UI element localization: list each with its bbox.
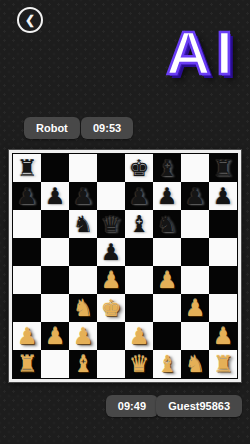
player-name: Guest95863	[168, 400, 230, 412]
piece-black-pawn[interactable]: ♟	[213, 182, 234, 210]
square-d1[interactable]	[97, 350, 125, 378]
piece-black-pawn[interactable]: ♟	[73, 182, 94, 210]
board-grid: ♜♚♝♜♟♟♟♟♟♟♟♞♛♝♞♟♟♟♞♚♟♟♟♟♟♟♜♝♛♝♞♜	[12, 153, 238, 379]
square-h6[interactable]	[209, 210, 237, 238]
square-g4[interactable]	[181, 266, 209, 294]
square-a7[interactable]: ♟	[13, 182, 41, 210]
player-name-badge: Guest95863	[156, 395, 242, 417]
square-b8[interactable]	[41, 154, 69, 182]
square-c8[interactable]	[69, 154, 97, 182]
square-h7[interactable]: ♟	[209, 182, 237, 210]
square-b4[interactable]	[41, 266, 69, 294]
piece-black-rook[interactable]: ♜	[213, 154, 234, 182]
square-d6[interactable]: ♛	[97, 210, 125, 238]
square-b7[interactable]: ♟	[41, 182, 69, 210]
piece-black-king[interactable]: ♚	[129, 154, 150, 182]
square-c4[interactable]	[69, 266, 97, 294]
opponent-clock: 09:53	[81, 117, 133, 139]
ai-logo: AI	[166, 18, 238, 88]
square-g3[interactable]: ♟	[181, 294, 209, 322]
square-h4[interactable]	[209, 266, 237, 294]
player-clock-time: 09:49	[118, 400, 146, 412]
square-a6[interactable]	[13, 210, 41, 238]
square-c3[interactable]: ♞	[69, 294, 97, 322]
piece-black-pawn[interactable]: ♟	[17, 182, 38, 210]
square-f7[interactable]: ♟	[153, 182, 181, 210]
square-d4[interactable]: ♟	[97, 266, 125, 294]
square-b1[interactable]	[41, 350, 69, 378]
opponent-name-badge: Robot	[24, 117, 80, 139]
piece-white-queen[interactable]: ♛	[129, 350, 150, 378]
piece-black-pawn[interactable]: ♟	[45, 182, 66, 210]
piece-black-rook[interactable]: ♜	[17, 154, 38, 182]
piece-black-pawn[interactable]: ♟	[185, 182, 206, 210]
square-h2[interactable]: ♟	[209, 322, 237, 350]
square-g1[interactable]: ♞	[181, 350, 209, 378]
square-e8[interactable]: ♚	[125, 154, 153, 182]
square-a4[interactable]	[13, 266, 41, 294]
square-a2[interactable]: ♟	[13, 322, 41, 350]
square-d2[interactable]	[97, 322, 125, 350]
square-h3[interactable]	[209, 294, 237, 322]
piece-white-rook[interactable]: ♜	[17, 350, 38, 378]
piece-black-queen[interactable]: ♛	[101, 210, 122, 238]
square-d8[interactable]	[97, 154, 125, 182]
opponent-clock-time: 09:53	[93, 122, 121, 134]
piece-white-king[interactable]: ♚	[101, 294, 122, 322]
piece-white-rook[interactable]: ♜	[213, 350, 234, 378]
square-e3[interactable]	[125, 294, 153, 322]
piece-white-pawn[interactable]: ♟	[73, 322, 94, 350]
square-b6[interactable]	[41, 210, 69, 238]
square-a8[interactable]: ♜	[13, 154, 41, 182]
piece-white-bishop[interactable]: ♝	[73, 350, 94, 378]
square-a5[interactable]	[13, 238, 41, 266]
piece-black-knight[interactable]: ♞	[157, 210, 178, 238]
piece-white-pawn[interactable]: ♟	[17, 322, 38, 350]
square-c1[interactable]: ♝	[69, 350, 97, 378]
opponent-name: Robot	[36, 122, 68, 134]
piece-white-pawn[interactable]: ♟	[213, 322, 234, 350]
piece-black-bishop[interactable]: ♝	[129, 210, 150, 238]
square-c2[interactable]: ♟	[69, 322, 97, 350]
square-d5[interactable]: ♟	[97, 238, 125, 266]
square-a1[interactable]: ♜	[13, 350, 41, 378]
square-e4[interactable]	[125, 266, 153, 294]
square-c7[interactable]: ♟	[69, 182, 97, 210]
player-clock: 09:49	[106, 395, 158, 417]
back-button[interactable]: ❮	[17, 7, 43, 33]
piece-white-knight[interactable]: ♞	[73, 294, 94, 322]
square-f3[interactable]	[153, 294, 181, 322]
piece-white-pawn[interactable]: ♟	[185, 294, 206, 322]
piece-black-pawn[interactable]: ♟	[157, 182, 178, 210]
square-f5[interactable]	[153, 238, 181, 266]
piece-white-pawn[interactable]: ♟	[129, 322, 150, 350]
square-d3[interactable]: ♚	[97, 294, 125, 322]
square-e6[interactable]: ♝	[125, 210, 153, 238]
square-g2[interactable]	[181, 322, 209, 350]
square-g8[interactable]	[181, 154, 209, 182]
square-e5[interactable]	[125, 238, 153, 266]
square-g7[interactable]: ♟	[181, 182, 209, 210]
piece-black-pawn[interactable]: ♟	[129, 182, 150, 210]
square-h8[interactable]: ♜	[209, 154, 237, 182]
piece-white-bishop[interactable]: ♝	[157, 350, 178, 378]
piece-black-pawn[interactable]: ♟	[101, 238, 122, 266]
square-b5[interactable]	[41, 238, 69, 266]
square-c5[interactable]	[69, 238, 97, 266]
square-b2[interactable]: ♟	[41, 322, 69, 350]
square-e1[interactable]: ♛	[125, 350, 153, 378]
square-a3[interactable]	[13, 294, 41, 322]
piece-black-bishop[interactable]: ♝	[157, 154, 178, 182]
app-screen: ❮ AI Robot 09:53 ♜♚♝♜♟♟♟♟♟♟♟♞♛♝♞♟♟♟♞♚♟♟♟…	[0, 0, 250, 444]
square-h1[interactable]: ♜	[209, 350, 237, 378]
square-c6[interactable]: ♞	[69, 210, 97, 238]
square-f8[interactable]: ♝	[153, 154, 181, 182]
piece-white-knight[interactable]: ♞	[185, 350, 206, 378]
square-h5[interactable]	[209, 238, 237, 266]
square-g5[interactable]	[181, 238, 209, 266]
square-b3[interactable]	[41, 294, 69, 322]
piece-white-pawn[interactable]: ♟	[157, 266, 178, 294]
piece-white-pawn[interactable]: ♟	[101, 266, 122, 294]
square-f6[interactable]: ♞	[153, 210, 181, 238]
piece-black-knight[interactable]: ♞	[73, 210, 94, 238]
piece-white-pawn[interactable]: ♟	[45, 322, 66, 350]
square-d7[interactable]	[97, 182, 125, 210]
square-f4[interactable]: ♟	[153, 266, 181, 294]
square-f1[interactable]: ♝	[153, 350, 181, 378]
square-e2[interactable]: ♟	[125, 322, 153, 350]
back-chevron-icon: ❮	[25, 13, 35, 27]
chess-board: ♜♚♝♜♟♟♟♟♟♟♟♞♛♝♞♟♟♟♞♚♟♟♟♟♟♟♜♝♛♝♞♜	[9, 150, 241, 382]
square-e7[interactable]: ♟	[125, 182, 153, 210]
square-g6[interactable]	[181, 210, 209, 238]
square-f2[interactable]	[153, 322, 181, 350]
